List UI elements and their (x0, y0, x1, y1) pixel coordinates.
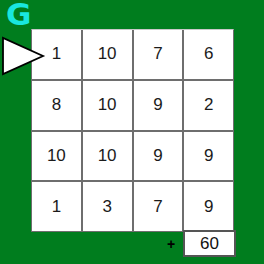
grid-cell-r3c1[interactable]: 10 (32, 132, 81, 181)
grid-cell-r1c2[interactable]: 10 (83, 30, 132, 79)
grid-cell-r3c2[interactable]: 10 (83, 132, 132, 181)
grid-cell-r4c4[interactable]: 9 (184, 182, 233, 231)
total-box: 60 (183, 230, 236, 257)
puzzle-grid: 11076810921010991379 (31, 29, 234, 232)
grid-cell-r2c1[interactable]: 8 (32, 81, 81, 130)
grid-cell-r3c3[interactable]: 9 (134, 132, 183, 181)
grid-cell-r1c3[interactable]: 7 (134, 30, 183, 79)
grid-cell-r1c1[interactable]: 1 (32, 30, 81, 79)
grid-cell-r4c2[interactable]: 3 (83, 182, 132, 231)
grid-cell-r3c4[interactable]: 9 (184, 132, 233, 181)
grid-cell-r2c4[interactable]: 2 (184, 81, 233, 130)
game-canvas: G 11076810921010991379 + 60 (0, 0, 264, 264)
grid-cell-r1c4[interactable]: 6 (184, 30, 233, 79)
grid-cell-r4c3[interactable]: 7 (134, 182, 183, 231)
plus-sign: + (163, 236, 179, 252)
grid-cell-r2c2[interactable]: 10 (83, 81, 132, 130)
total-value: 60 (200, 234, 219, 254)
grid-cell-r4c1[interactable]: 1 (32, 182, 81, 231)
player-label: G (6, 0, 31, 31)
grid-cell-r2c3[interactable]: 9 (134, 81, 183, 130)
